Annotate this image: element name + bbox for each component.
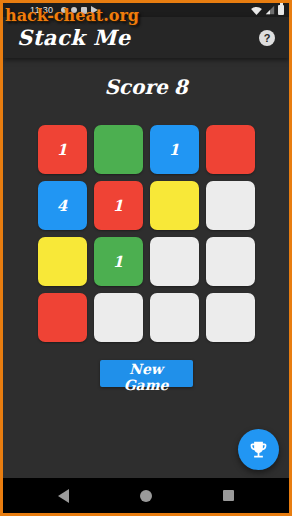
tile-r4c1[interactable] xyxy=(38,293,87,342)
tile-r1c2[interactable] xyxy=(94,125,143,174)
nav-recents-icon[interactable] xyxy=(223,490,234,501)
nav-home-icon[interactable] xyxy=(140,490,152,502)
tile-r4c3[interactable] xyxy=(150,293,199,342)
tile-r2c1[interactable]: 4 xyxy=(38,181,87,230)
trophy-icon xyxy=(248,439,269,460)
new-game-button[interactable]: New Game xyxy=(100,360,193,387)
wifi-icon xyxy=(251,6,262,15)
tile-r3c4[interactable] xyxy=(206,237,255,286)
tile-r2c4[interactable] xyxy=(206,181,255,230)
phone-screen: hack-cheat.org 11:30 Stack Me ? Score8 1… xyxy=(0,0,292,516)
score-value: 8 xyxy=(171,75,191,99)
watermark-text: hack-cheat.org xyxy=(5,6,139,25)
help-icon[interactable]: ? xyxy=(259,30,275,46)
tile-r3c2[interactable]: 1 xyxy=(94,237,143,286)
signal-icon xyxy=(265,5,275,15)
leaderboard-fab[interactable] xyxy=(238,429,279,470)
battery-icon xyxy=(278,5,284,15)
score-display: Score8 xyxy=(3,75,289,103)
tile-r4c2[interactable] xyxy=(94,293,143,342)
tile-r4c4[interactable] xyxy=(206,293,255,342)
app-title: Stack Me xyxy=(17,25,131,50)
tile-r2c2[interactable]: 1 xyxy=(94,181,143,230)
score-label: Score xyxy=(101,75,170,99)
status-right-icons xyxy=(251,5,284,15)
tile-r1c3[interactable]: 1 xyxy=(150,125,199,174)
tile-r3c1[interactable] xyxy=(38,237,87,286)
android-nav-bar xyxy=(3,478,289,513)
tile-r1c4[interactable] xyxy=(206,125,255,174)
tile-r3c3[interactable] xyxy=(150,237,199,286)
tile-r2c3[interactable] xyxy=(150,181,199,230)
tile-r1c1[interactable]: 1 xyxy=(38,125,87,174)
game-board: 11411 xyxy=(38,125,255,342)
nav-back-icon[interactable] xyxy=(58,489,69,503)
